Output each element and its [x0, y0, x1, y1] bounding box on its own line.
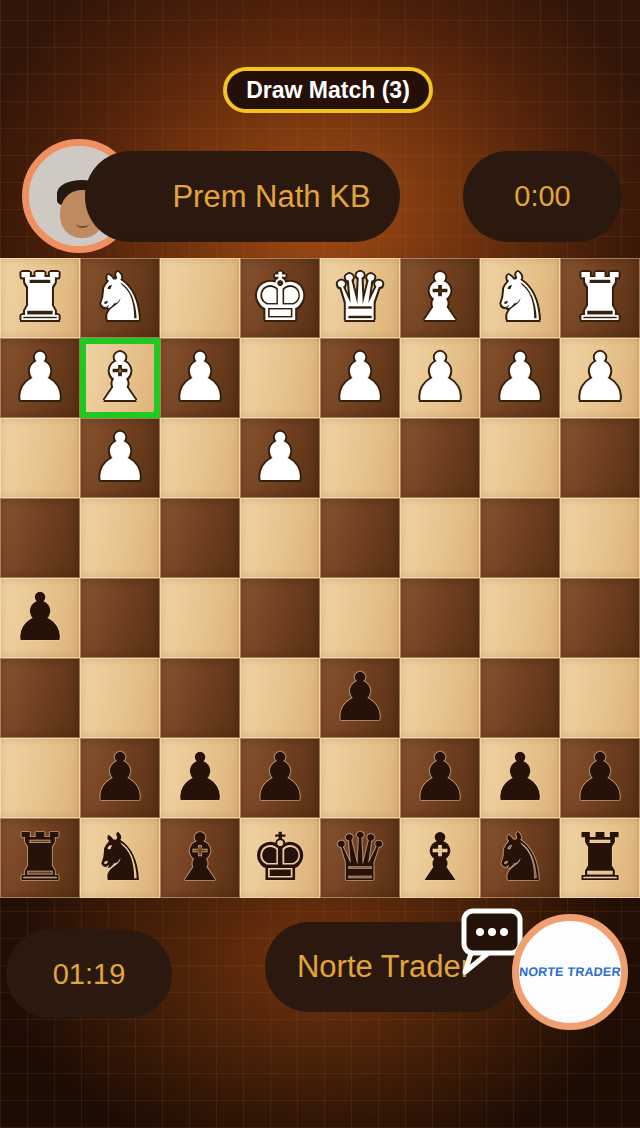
piece-black-pawn: ♟ [480, 738, 560, 818]
square-c7[interactable]: ♟ [400, 738, 480, 818]
square-h7[interactable] [0, 738, 80, 818]
piece-black-bishop: ♝ [160, 818, 240, 898]
bottom-player-clock-value: 01:19 [53, 958, 126, 991]
piece-black-knight: ♞ [480, 818, 560, 898]
piece-white-pawn: ♟ [480, 338, 560, 418]
piece-white-pawn: ♟ [80, 418, 160, 498]
square-f6[interactable] [160, 658, 240, 738]
square-a6[interactable] [560, 658, 640, 738]
square-h3[interactable] [0, 418, 80, 498]
square-a5[interactable] [560, 578, 640, 658]
square-h5[interactable]: ♟ [0, 578, 80, 658]
piece-black-rook: ♜ [560, 818, 640, 898]
piece-black-king: ♚ [240, 818, 320, 898]
square-d6[interactable]: ♟ [320, 658, 400, 738]
square-g3[interactable]: ♟ [80, 418, 160, 498]
square-b3[interactable] [480, 418, 560, 498]
square-e1[interactable]: ♚ [240, 258, 320, 338]
square-e8[interactable]: ♚ [240, 818, 320, 898]
square-g1[interactable]: ♞ [80, 258, 160, 338]
piece-black-pawn: ♟ [160, 738, 240, 818]
square-d5[interactable] [320, 578, 400, 658]
piece-black-queen: ♛ [320, 818, 400, 898]
square-c8[interactable]: ♝ [400, 818, 480, 898]
bottom-player-name: Norte Trader [297, 949, 471, 985]
square-e3[interactable]: ♟ [240, 418, 320, 498]
square-c2[interactable]: ♟ [400, 338, 480, 418]
square-g6[interactable] [80, 658, 160, 738]
bottom-player-clock: 01:19 [6, 930, 172, 1018]
square-h6[interactable] [0, 658, 80, 738]
square-b7[interactable]: ♟ [480, 738, 560, 818]
square-h1[interactable]: ♜ [0, 258, 80, 338]
piece-white-rook: ♜ [0, 258, 80, 338]
square-a3[interactable] [560, 418, 640, 498]
square-e5[interactable] [240, 578, 320, 658]
chess-board: ♜♞♚♛♝♞♜♟♝♟♟♟♟♟♟♟♟♟♟♟♟♟♟♟♜♞♝♚♛♝♞♜ [0, 258, 640, 898]
square-b8[interactable]: ♞ [480, 818, 560, 898]
square-a7[interactable]: ♟ [560, 738, 640, 818]
piece-black-pawn: ♟ [240, 738, 320, 818]
square-f5[interactable] [160, 578, 240, 658]
piece-white-rook: ♜ [560, 258, 640, 338]
top-player-name-plate: Prem Nath KB [85, 151, 400, 242]
piece-black-pawn: ♟ [320, 658, 400, 738]
piece-black-knight: ♞ [80, 818, 160, 898]
top-player-clock: 0:00 [463, 151, 622, 242]
square-e7[interactable]: ♟ [240, 738, 320, 818]
piece-white-pawn: ♟ [240, 418, 320, 498]
square-a2[interactable]: ♟ [560, 338, 640, 418]
piece-white-queen: ♛ [320, 258, 400, 338]
top-player-name: Prem Nath KB [172, 179, 370, 215]
square-b1[interactable]: ♞ [480, 258, 560, 338]
piece-white-bishop: ♝ [400, 258, 480, 338]
piece-black-pawn: ♟ [80, 738, 160, 818]
square-g7[interactable]: ♟ [80, 738, 160, 818]
square-b2[interactable]: ♟ [480, 338, 560, 418]
square-e4[interactable] [240, 498, 320, 578]
square-c1[interactable]: ♝ [400, 258, 480, 338]
square-c4[interactable] [400, 498, 480, 578]
piece-black-pawn: ♟ [560, 738, 640, 818]
piece-white-pawn: ♟ [0, 338, 80, 418]
square-g8[interactable]: ♞ [80, 818, 160, 898]
square-f1[interactable] [160, 258, 240, 338]
square-b4[interactable] [480, 498, 560, 578]
square-d2[interactable]: ♟ [320, 338, 400, 418]
piece-white-pawn: ♟ [400, 338, 480, 418]
piece-black-pawn: ♟ [0, 578, 80, 658]
square-f7[interactable]: ♟ [160, 738, 240, 818]
square-g5[interactable] [80, 578, 160, 658]
square-a4[interactable] [560, 498, 640, 578]
square-h2[interactable]: ♟ [0, 338, 80, 418]
square-d7[interactable] [320, 738, 400, 818]
square-h8[interactable]: ♜ [0, 818, 80, 898]
draw-match-button[interactable]: Draw Match (3) [223, 67, 433, 113]
piece-white-pawn: ♟ [160, 338, 240, 418]
square-d4[interactable] [320, 498, 400, 578]
piece-black-pawn: ♟ [400, 738, 480, 818]
piece-white-knight: ♞ [480, 258, 560, 338]
square-c3[interactable] [400, 418, 480, 498]
piece-black-bishop: ♝ [400, 818, 480, 898]
square-b5[interactable] [480, 578, 560, 658]
square-g2[interactable]: ♝ [80, 338, 160, 418]
square-e6[interactable] [240, 658, 320, 738]
piece-white-bishop: ♝ [80, 338, 160, 418]
square-a8[interactable]: ♜ [560, 818, 640, 898]
square-f2[interactable]: ♟ [160, 338, 240, 418]
piece-white-king: ♚ [240, 258, 320, 338]
app-screen: Draw Match (3) Prem Nath KB 0:00 ♜♞♚♛♝♞♜… [0, 0, 640, 1128]
bottom-avatar-logo-text: NORTE TRADER [519, 965, 622, 979]
square-d3[interactable] [320, 418, 400, 498]
square-g4[interactable] [80, 498, 160, 578]
piece-black-rook: ♜ [0, 818, 80, 898]
square-f4[interactable] [160, 498, 240, 578]
square-d8[interactable]: ♛ [320, 818, 400, 898]
square-e2[interactable] [240, 338, 320, 418]
square-f8[interactable]: ♝ [160, 818, 240, 898]
square-a1[interactable]: ♜ [560, 258, 640, 338]
square-c5[interactable] [400, 578, 480, 658]
square-b6[interactable] [480, 658, 560, 738]
piece-white-knight: ♞ [80, 258, 160, 338]
piece-white-pawn: ♟ [560, 338, 640, 418]
square-c6[interactable] [400, 658, 480, 738]
bottom-player-avatar[interactable]: NORTE TRADER [512, 914, 628, 1030]
top-player-clock-value: 0:00 [514, 180, 570, 213]
piece-white-pawn: ♟ [320, 338, 400, 418]
square-d1[interactable]: ♛ [320, 258, 400, 338]
square-f3[interactable] [160, 418, 240, 498]
square-h4[interactable] [0, 498, 80, 578]
